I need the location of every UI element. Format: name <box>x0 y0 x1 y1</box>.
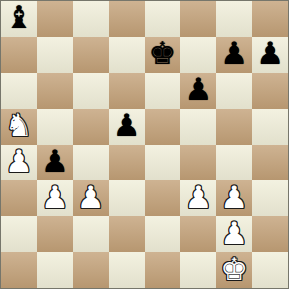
piece-white-pawn[interactable]: ♟ <box>184 182 212 213</box>
piece-black-king[interactable]: ♚ <box>149 38 177 69</box>
square-g2[interactable]: ♟ <box>216 216 252 252</box>
square-f8[interactable] <box>180 1 216 37</box>
square-a5[interactable]: ♞ <box>1 109 37 145</box>
square-c1[interactable] <box>73 252 109 288</box>
square-b8[interactable] <box>37 1 73 37</box>
square-c8[interactable] <box>73 1 109 37</box>
chess-board: ♝♚♟♟♟♞♟♟♟♟♟♟♟♟♚ <box>0 0 289 289</box>
square-h6[interactable] <box>252 73 288 109</box>
square-d5[interactable]: ♟ <box>109 109 145 145</box>
square-c2[interactable] <box>73 216 109 252</box>
board-container: ♝♚♟♟♟♞♟♟♟♟♟♟♟♟♚ <box>0 0 289 289</box>
piece-black-pawn[interactable]: ♟ <box>41 146 69 177</box>
square-b1[interactable] <box>37 252 73 288</box>
square-f3[interactable]: ♟ <box>180 180 216 216</box>
piece-white-pawn[interactable]: ♟ <box>5 146 33 177</box>
square-a4[interactable]: ♟ <box>1 145 37 181</box>
piece-white-pawn[interactable]: ♟ <box>77 182 105 213</box>
square-f2[interactable] <box>180 216 216 252</box>
square-b2[interactable] <box>37 216 73 252</box>
square-e2[interactable] <box>145 216 181 252</box>
square-b4[interactable]: ♟ <box>37 145 73 181</box>
square-a3[interactable] <box>1 180 37 216</box>
square-c4[interactable] <box>73 145 109 181</box>
square-f5[interactable] <box>180 109 216 145</box>
square-a2[interactable] <box>1 216 37 252</box>
square-b5[interactable] <box>37 109 73 145</box>
square-c5[interactable] <box>73 109 109 145</box>
square-d6[interactable] <box>109 73 145 109</box>
square-g5[interactable] <box>216 109 252 145</box>
square-d1[interactable] <box>109 252 145 288</box>
square-b7[interactable] <box>37 37 73 73</box>
square-d2[interactable] <box>109 216 145 252</box>
square-g1[interactable]: ♚ <box>216 252 252 288</box>
square-h5[interactable] <box>252 109 288 145</box>
piece-black-pawn[interactable]: ♟ <box>256 38 284 69</box>
square-c7[interactable] <box>73 37 109 73</box>
square-a1[interactable] <box>1 252 37 288</box>
square-h3[interactable] <box>252 180 288 216</box>
square-g3[interactable]: ♟ <box>216 180 252 216</box>
square-d7[interactable] <box>109 37 145 73</box>
square-g4[interactable] <box>216 145 252 181</box>
square-e1[interactable] <box>145 252 181 288</box>
piece-white-pawn[interactable]: ♟ <box>220 218 248 249</box>
piece-black-pawn[interactable]: ♟ <box>113 110 141 141</box>
square-g8[interactable] <box>216 1 252 37</box>
piece-white-pawn[interactable]: ♟ <box>220 182 248 213</box>
square-h2[interactable] <box>252 216 288 252</box>
square-a7[interactable] <box>1 37 37 73</box>
square-f7[interactable] <box>180 37 216 73</box>
square-f4[interactable] <box>180 145 216 181</box>
square-d3[interactable] <box>109 180 145 216</box>
square-e7[interactable]: ♚ <box>145 37 181 73</box>
square-h7[interactable]: ♟ <box>252 37 288 73</box>
square-d8[interactable] <box>109 1 145 37</box>
square-h1[interactable] <box>252 252 288 288</box>
square-e4[interactable] <box>145 145 181 181</box>
piece-black-bishop[interactable]: ♝ <box>5 2 33 33</box>
square-f6[interactable]: ♟ <box>180 73 216 109</box>
square-a8[interactable]: ♝ <box>1 1 37 37</box>
square-h4[interactable] <box>252 145 288 181</box>
square-g7[interactable]: ♟ <box>216 37 252 73</box>
square-d4[interactable] <box>109 145 145 181</box>
square-c3[interactable]: ♟ <box>73 180 109 216</box>
square-b6[interactable] <box>37 73 73 109</box>
square-b3[interactable]: ♟ <box>37 180 73 216</box>
piece-black-pawn[interactable]: ♟ <box>184 74 212 105</box>
square-f1[interactable] <box>180 252 216 288</box>
square-c6[interactable] <box>73 73 109 109</box>
square-e3[interactable] <box>145 180 181 216</box>
square-a6[interactable] <box>1 73 37 109</box>
square-h8[interactable] <box>252 1 288 37</box>
piece-white-knight[interactable]: ♞ <box>5 110 33 141</box>
square-e6[interactable] <box>145 73 181 109</box>
piece-white-king[interactable]: ♚ <box>220 254 248 285</box>
piece-black-pawn[interactable]: ♟ <box>220 38 248 69</box>
piece-white-pawn[interactable]: ♟ <box>41 182 69 213</box>
square-e5[interactable] <box>145 109 181 145</box>
square-g6[interactable] <box>216 73 252 109</box>
square-e8[interactable] <box>145 1 181 37</box>
